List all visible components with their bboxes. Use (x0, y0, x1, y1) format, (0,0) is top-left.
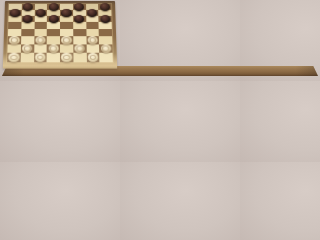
dark-piece[interactable]: ⛂ (23, 3, 33, 11)
square-c3[interactable]: ⛀ (34, 36, 47, 44)
checkers-board: ⛂⛂⛂⛂⛂⛂⛂⛂⛂⛂⛂⛂⛀⛀⛀⛀⛀⛀⛀⛀⛀⛀⛀⛀ (3, 1, 117, 69)
light-piece-glyph: ⛀ (61, 53, 72, 62)
light-piece-glyph: ⛀ (9, 36, 20, 45)
light-piece[interactable]: ⛀ (88, 53, 99, 62)
square-b2[interactable]: ⛀ (21, 44, 34, 53)
square-f6[interactable]: ⛂ (73, 15, 86, 21)
dark-piece[interactable]: ⛂ (74, 15, 84, 23)
square-e1[interactable]: ⛀ (60, 53, 73, 63)
square-h8[interactable]: ⛂ (98, 4, 111, 10)
light-piece[interactable]: ⛀ (9, 53, 20, 62)
square-a2[interactable] (7, 44, 20, 53)
light-piece[interactable]: ⛀ (9, 36, 20, 45)
dark-piece-glyph: ⛂ (87, 8, 97, 16)
dark-piece-glyph: ⛂ (48, 15, 58, 23)
dark-piece-glyph: ⛂ (23, 3, 33, 11)
light-piece-glyph: ⛀ (22, 44, 33, 53)
light-piece-glyph: ⛀ (9, 53, 20, 62)
square-f2[interactable]: ⛀ (73, 44, 86, 53)
light-piece[interactable]: ⛀ (35, 53, 46, 62)
dark-piece[interactable]: ⛂ (100, 15, 111, 23)
square-h1[interactable] (99, 53, 112, 63)
light-piece-glyph: ⛀ (101, 44, 112, 53)
square-b3[interactable] (21, 36, 34, 44)
light-piece[interactable]: ⛀ (101, 44, 112, 53)
square-b8[interactable]: ⛂ (22, 4, 35, 10)
square-g5[interactable] (86, 22, 99, 29)
dark-piece[interactable]: ⛂ (48, 3, 58, 11)
square-c1[interactable]: ⛀ (34, 53, 47, 63)
dark-piece-glyph: ⛂ (61, 8, 71, 16)
square-d4[interactable] (47, 29, 60, 36)
dark-piece-glyph: ⛂ (74, 3, 84, 11)
light-piece[interactable]: ⛀ (48, 44, 59, 53)
dark-piece[interactable]: ⛂ (100, 3, 110, 11)
board-grid: ⛂⛂⛂⛂⛂⛂⛂⛂⛂⛂⛂⛂⛀⛀⛀⛀⛀⛀⛀⛀⛀⛀⛀⛀ (7, 4, 113, 62)
square-a5[interactable] (8, 22, 21, 29)
light-piece[interactable]: ⛀ (74, 44, 85, 53)
light-piece-glyph: ⛀ (35, 53, 46, 62)
light-piece[interactable]: ⛀ (35, 36, 46, 45)
checkers-set-photo: ⛂⛂⛂⛂⛂⛂⛂⛂⛂⛂⛂⛂⛀⛀⛀⛀⛀⛀⛀⛀⛀⛀⛀⛀ (0, 0, 120, 81)
dark-piece-glyph: ⛂ (23, 15, 33, 23)
square-g7[interactable]: ⛂ (86, 9, 99, 15)
square-h6[interactable]: ⛂ (99, 15, 112, 21)
dark-piece[interactable]: ⛂ (23, 15, 33, 23)
square-d1[interactable] (47, 53, 60, 63)
dark-piece-glyph: ⛂ (10, 8, 20, 16)
square-f1[interactable] (73, 53, 86, 63)
light-piece[interactable]: ⛀ (61, 36, 71, 45)
square-g2[interactable] (86, 44, 99, 53)
square-e2[interactable] (60, 44, 73, 53)
square-f4[interactable] (73, 29, 86, 36)
square-d6[interactable]: ⛂ (47, 15, 60, 21)
dark-piece[interactable]: ⛂ (36, 8, 46, 16)
dark-piece-glyph: ⛂ (74, 15, 84, 23)
square-e7[interactable]: ⛂ (60, 9, 73, 15)
square-h2[interactable]: ⛀ (99, 44, 112, 53)
square-e5[interactable] (60, 22, 73, 29)
dark-piece-glyph: ⛂ (36, 8, 46, 16)
light-piece-glyph: ⛀ (88, 53, 99, 62)
square-b6[interactable]: ⛂ (21, 15, 34, 21)
square-e3[interactable]: ⛀ (60, 36, 73, 44)
square-h3[interactable] (99, 36, 112, 44)
light-piece[interactable]: ⛀ (61, 53, 72, 62)
square-b4[interactable] (21, 29, 34, 36)
square-d8[interactable]: ⛂ (47, 4, 60, 10)
light-piece-glyph: ⛀ (87, 36, 98, 45)
square-c2[interactable] (34, 44, 47, 53)
square-h4[interactable] (99, 29, 112, 36)
light-piece[interactable]: ⛀ (87, 36, 98, 45)
square-f8[interactable]: ⛂ (73, 4, 86, 10)
square-g1[interactable]: ⛀ (86, 53, 99, 63)
square-a1[interactable]: ⛀ (7, 53, 20, 63)
light-piece-glyph: ⛀ (35, 36, 46, 45)
dark-piece[interactable]: ⛂ (48, 15, 58, 23)
dark-piece[interactable]: ⛂ (87, 8, 97, 16)
dark-piece-glyph: ⛂ (100, 15, 111, 23)
dark-piece-glyph: ⛂ (48, 3, 58, 11)
dark-piece-glyph: ⛂ (100, 3, 110, 11)
square-a7[interactable]: ⛂ (9, 9, 22, 15)
light-piece-glyph: ⛀ (61, 36, 71, 45)
square-a3[interactable]: ⛀ (8, 36, 21, 44)
dark-piece[interactable]: ⛂ (10, 8, 20, 16)
light-piece-glyph: ⛀ (48, 44, 59, 53)
light-piece[interactable]: ⛀ (22, 44, 33, 53)
square-d3[interactable] (47, 36, 60, 44)
square-f3[interactable] (73, 36, 86, 44)
square-b1[interactable] (20, 53, 33, 63)
light-piece-glyph: ⛀ (74, 44, 85, 53)
dark-piece[interactable]: ⛂ (74, 3, 84, 11)
square-c7[interactable]: ⛂ (34, 9, 47, 15)
square-d2[interactable]: ⛀ (47, 44, 60, 53)
dark-piece[interactable]: ⛂ (61, 8, 71, 16)
square-c5[interactable] (34, 22, 47, 29)
square-g3[interactable]: ⛀ (86, 36, 99, 44)
